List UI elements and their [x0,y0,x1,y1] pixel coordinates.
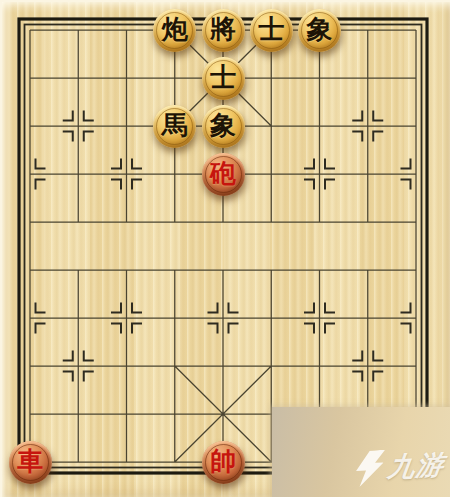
point-4-5[interactable] [199,246,247,294]
piece-black-elephant-2[interactable]: 象 [202,105,245,148]
piece-red-cannon[interactable]: 砲 [202,153,245,196]
point-8-2[interactable] [392,102,440,150]
piece-glyph: 砲 [210,160,236,186]
point-3-5[interactable] [151,246,199,294]
point-8-7[interactable] [392,342,440,390]
watermark-panel: 九游 [272,407,450,497]
point-0-1[interactable] [6,54,54,102]
point-8-3[interactable] [392,150,440,198]
point-5-3[interactable] [247,150,295,198]
point-3-9[interactable] [151,438,199,486]
point-3-1[interactable] [151,54,199,102]
piece-glyph: 馬 [162,112,188,138]
point-5-2[interactable] [247,102,295,150]
point-3-6[interactable] [151,294,199,342]
point-2-6[interactable] [102,294,150,342]
point-7-7[interactable] [344,342,392,390]
piece-glyph: 將 [210,16,236,42]
point-2-1[interactable] [102,54,150,102]
point-8-1[interactable] [392,54,440,102]
point-5-5[interactable] [247,246,295,294]
point-6-5[interactable] [295,246,343,294]
point-2-3[interactable] [102,150,150,198]
xiangqi-app: 炮將士象士馬象砲車帥 九游 [0,0,450,497]
point-0-8[interactable] [6,390,54,438]
piece-black-general[interactable]: 將 [202,9,245,52]
point-3-4[interactable] [151,198,199,246]
point-6-4[interactable] [295,198,343,246]
piece-black-advisor-2[interactable]: 士 [202,57,245,100]
point-1-4[interactable] [54,198,102,246]
point-6-1[interactable] [295,54,343,102]
point-1-7[interactable] [54,342,102,390]
piece-black-cannon[interactable]: 炮 [153,9,196,52]
point-6-3[interactable] [295,150,343,198]
point-2-5[interactable] [102,246,150,294]
point-4-8[interactable] [199,390,247,438]
point-7-0[interactable] [344,6,392,54]
point-0-3[interactable] [6,150,54,198]
point-8-6[interactable] [392,294,440,342]
piece-glyph: 士 [210,64,236,90]
point-2-9[interactable] [102,438,150,486]
point-5-7[interactable] [247,342,295,390]
watermark-text: 九游 [386,447,447,486]
point-7-5[interactable] [344,246,392,294]
point-1-1[interactable] [54,54,102,102]
point-1-9[interactable] [54,438,102,486]
point-2-4[interactable] [102,198,150,246]
point-4-4[interactable] [199,198,247,246]
point-3-8[interactable] [151,390,199,438]
piece-red-chariot[interactable]: 車 [9,441,52,484]
piece-glyph: 車 [17,448,43,474]
point-1-5[interactable] [54,246,102,294]
point-1-3[interactable] [54,150,102,198]
piece-black-elephant-1[interactable]: 象 [298,9,341,52]
piece-red-general[interactable]: 帥 [202,441,245,484]
piece-glyph: 士 [258,16,284,42]
piece-glyph: 炮 [162,16,188,42]
piece-glyph: 象 [210,112,236,138]
jiuyou-logo: 九游 [350,447,446,488]
point-6-6[interactable] [295,294,343,342]
point-1-8[interactable] [54,390,102,438]
point-8-4[interactable] [392,198,440,246]
point-0-5[interactable] [6,246,54,294]
point-0-7[interactable] [6,342,54,390]
point-0-2[interactable] [6,102,54,150]
jiuyou-logo-icon [350,450,385,488]
point-0-6[interactable] [6,294,54,342]
point-4-7[interactable] [199,342,247,390]
point-1-2[interactable] [54,102,102,150]
point-7-2[interactable] [344,102,392,150]
point-0-4[interactable] [6,198,54,246]
point-2-2[interactable] [102,102,150,150]
point-6-7[interactable] [295,342,343,390]
piece-black-horse[interactable]: 馬 [153,105,196,148]
point-2-7[interactable] [102,342,150,390]
point-8-0[interactable] [392,6,440,54]
point-5-6[interactable] [247,294,295,342]
point-3-3[interactable] [151,150,199,198]
point-3-7[interactable] [151,342,199,390]
point-6-2[interactable] [295,102,343,150]
point-7-4[interactable] [344,198,392,246]
point-5-4[interactable] [247,198,295,246]
point-1-6[interactable] [54,294,102,342]
piece-glyph: 帥 [210,448,236,474]
point-7-1[interactable] [344,54,392,102]
point-7-3[interactable] [344,150,392,198]
piece-black-advisor-1[interactable]: 士 [250,9,293,52]
point-4-6[interactable] [199,294,247,342]
point-5-1[interactable] [247,54,295,102]
point-8-5[interactable] [392,246,440,294]
point-2-8[interactable] [102,390,150,438]
point-2-0[interactable] [102,6,150,54]
point-0-0[interactable] [6,6,54,54]
point-1-0[interactable] [54,6,102,54]
point-7-6[interactable] [344,294,392,342]
piece-glyph: 象 [307,16,333,42]
